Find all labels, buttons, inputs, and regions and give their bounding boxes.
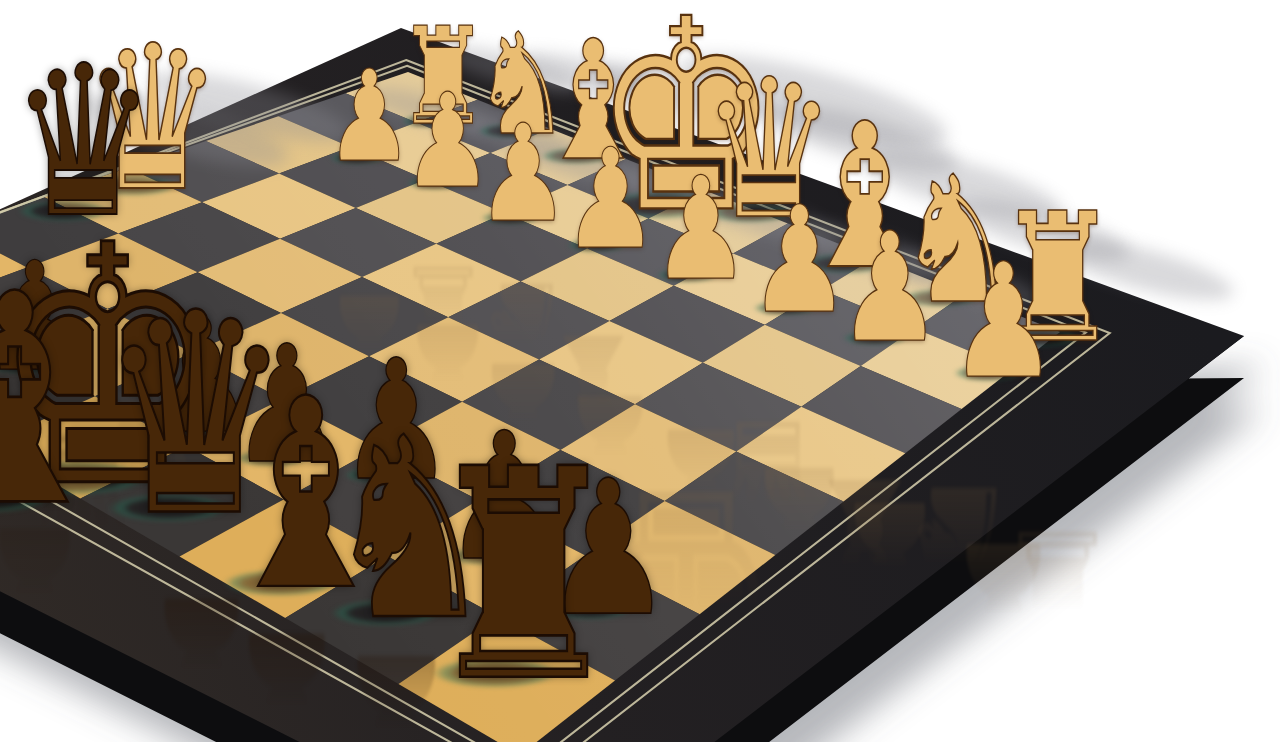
product-photo-stage: ♜♞♝♟♟♛♚♛♛♟♟♝♟♞♟♜♟♟♟♟♟♟♚♝♛♟♝♟♞♜ ♜♞♝♟♟♛♚♛♛… [0, 0, 1280, 742]
chess-board [0, 0, 1280, 742]
